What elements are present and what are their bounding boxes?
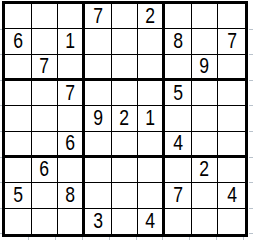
given-digit: 9 bbox=[200, 55, 210, 78]
cell-r5c3[interactable] bbox=[58, 106, 85, 131]
cell-r3c4[interactable] bbox=[85, 55, 112, 81]
given-digit: 3 bbox=[93, 210, 103, 233]
cell-r1c6: 2 bbox=[138, 4, 165, 29]
cell-r3c8: 9 bbox=[192, 55, 219, 81]
sudoku-board: 72618779759216462587434 bbox=[2, 1, 248, 237]
cell-r8c1: 5 bbox=[5, 183, 32, 208]
cell-r4c6[interactable] bbox=[138, 81, 165, 106]
gridline-ticks-bottom bbox=[2, 237, 250, 240]
cell-r9c9[interactable] bbox=[218, 209, 245, 234]
cell-r5c4: 9 bbox=[85, 106, 112, 131]
cell-r4c4[interactable] bbox=[85, 81, 112, 106]
cell-r5c8[interactable] bbox=[192, 106, 219, 131]
cell-r1c7[interactable] bbox=[165, 4, 192, 29]
given-digit: 6 bbox=[65, 132, 75, 155]
cell-r4c3: 7 bbox=[58, 81, 85, 106]
gridline-ticks-right bbox=[249, 4, 253, 236]
cell-r5c7[interactable] bbox=[165, 106, 192, 131]
given-digit: 4 bbox=[145, 210, 155, 233]
cell-r3c6[interactable] bbox=[138, 55, 165, 81]
given-digit: 2 bbox=[200, 158, 210, 181]
given-digit: 4 bbox=[227, 184, 237, 207]
cell-r4c1[interactable] bbox=[5, 81, 32, 106]
cell-r9c3[interactable] bbox=[58, 209, 85, 234]
cell-r1c8[interactable] bbox=[192, 4, 219, 29]
cell-r4c5[interactable] bbox=[112, 81, 139, 106]
given-digit: 5 bbox=[13, 184, 23, 207]
cell-r1c2[interactable] bbox=[32, 4, 59, 29]
cell-r3c2: 7 bbox=[32, 55, 59, 81]
cell-r3c7[interactable] bbox=[165, 55, 192, 81]
cell-r3c3[interactable] bbox=[58, 55, 85, 81]
given-digit: 2 bbox=[145, 5, 155, 28]
given-digit: 6 bbox=[13, 30, 23, 53]
cell-r5c5: 2 bbox=[112, 106, 139, 131]
cell-r2c8[interactable] bbox=[192, 29, 219, 54]
given-digit: 7 bbox=[65, 82, 75, 105]
cell-r4c2[interactable] bbox=[32, 81, 59, 106]
sudoku-page: 72618779759216462587434 bbox=[0, 0, 253, 241]
cell-r7c6[interactable] bbox=[138, 158, 165, 183]
given-digit: 6 bbox=[40, 158, 50, 181]
cell-r9c4: 3 bbox=[85, 209, 112, 234]
given-digit: 9 bbox=[93, 107, 103, 130]
cell-r5c1[interactable] bbox=[5, 106, 32, 131]
cell-r6c2[interactable] bbox=[32, 132, 59, 158]
given-digit: 7 bbox=[40, 55, 50, 78]
cell-r1c1[interactable] bbox=[5, 4, 32, 29]
given-digit: 2 bbox=[120, 107, 130, 130]
given-digit: 1 bbox=[145, 107, 155, 130]
cell-r6c5[interactable] bbox=[112, 132, 139, 158]
cell-r9c5[interactable] bbox=[112, 209, 139, 234]
cell-r9c8[interactable] bbox=[192, 209, 219, 234]
cell-r7c9[interactable] bbox=[218, 158, 245, 183]
cell-r2c1: 6 bbox=[5, 29, 32, 54]
cell-r9c1[interactable] bbox=[5, 209, 32, 234]
cell-r1c4: 7 bbox=[85, 4, 112, 29]
given-digit: 5 bbox=[173, 82, 183, 105]
given-digit: 1 bbox=[65, 30, 75, 53]
cell-r2c4[interactable] bbox=[85, 29, 112, 54]
given-digit: 8 bbox=[65, 184, 75, 207]
cell-r9c7[interactable] bbox=[165, 209, 192, 234]
cell-r6c6[interactable] bbox=[138, 132, 165, 158]
cell-r6c3: 6 bbox=[58, 132, 85, 158]
given-digit: 7 bbox=[93, 5, 103, 28]
cell-r2c2[interactable] bbox=[32, 29, 59, 54]
cell-r8c2[interactable] bbox=[32, 183, 59, 208]
cell-r6c4[interactable] bbox=[85, 132, 112, 158]
cell-r6c8[interactable] bbox=[192, 132, 219, 158]
given-digit: 8 bbox=[173, 30, 183, 53]
cell-r7c2: 6 bbox=[32, 158, 59, 183]
cell-r1c9[interactable] bbox=[218, 4, 245, 29]
cell-r1c3[interactable] bbox=[58, 4, 85, 29]
cell-r1c5[interactable] bbox=[112, 4, 139, 29]
cell-r8c9: 4 bbox=[218, 183, 245, 208]
cell-r7c4[interactable] bbox=[85, 158, 112, 183]
given-digit: 4 bbox=[173, 132, 183, 155]
cell-r9c6: 4 bbox=[138, 209, 165, 234]
cell-r3c9[interactable] bbox=[218, 55, 245, 81]
cell-r7c7[interactable] bbox=[165, 158, 192, 183]
cell-r7c5[interactable] bbox=[112, 158, 139, 183]
cell-r2c6[interactable] bbox=[138, 29, 165, 54]
cell-r2c3: 1 bbox=[58, 29, 85, 54]
given-digit: 7 bbox=[227, 30, 237, 53]
cell-r8c7: 7 bbox=[165, 183, 192, 208]
cell-r4c7: 5 bbox=[165, 81, 192, 106]
cell-r6c1[interactable] bbox=[5, 132, 32, 158]
cell-r7c3[interactable] bbox=[58, 158, 85, 183]
given-digit: 7 bbox=[173, 184, 183, 207]
cell-r4c8[interactable] bbox=[192, 81, 219, 106]
cell-r7c8: 2 bbox=[192, 158, 219, 183]
cell-r2c5[interactable] bbox=[112, 29, 139, 54]
cell-r6c9[interactable] bbox=[218, 132, 245, 158]
cell-r8c4[interactable] bbox=[85, 183, 112, 208]
cell-r9c2[interactable] bbox=[32, 209, 59, 234]
cell-r3c5[interactable] bbox=[112, 55, 139, 81]
cell-r7c1[interactable] bbox=[5, 158, 32, 183]
cell-r5c2[interactable] bbox=[32, 106, 59, 131]
cell-r6c7: 4 bbox=[165, 132, 192, 158]
cell-r4c9[interactable] bbox=[218, 81, 245, 106]
cell-r5c6: 1 bbox=[138, 106, 165, 131]
cell-r8c5[interactable] bbox=[112, 183, 139, 208]
cell-r8c6[interactable] bbox=[138, 183, 165, 208]
cell-r3c1[interactable] bbox=[5, 55, 32, 81]
cell-r2c9: 7 bbox=[218, 29, 245, 54]
cell-r2c7: 8 bbox=[165, 29, 192, 54]
cell-r8c3: 8 bbox=[58, 183, 85, 208]
cell-r5c9[interactable] bbox=[218, 106, 245, 131]
cell-r8c8[interactable] bbox=[192, 183, 219, 208]
